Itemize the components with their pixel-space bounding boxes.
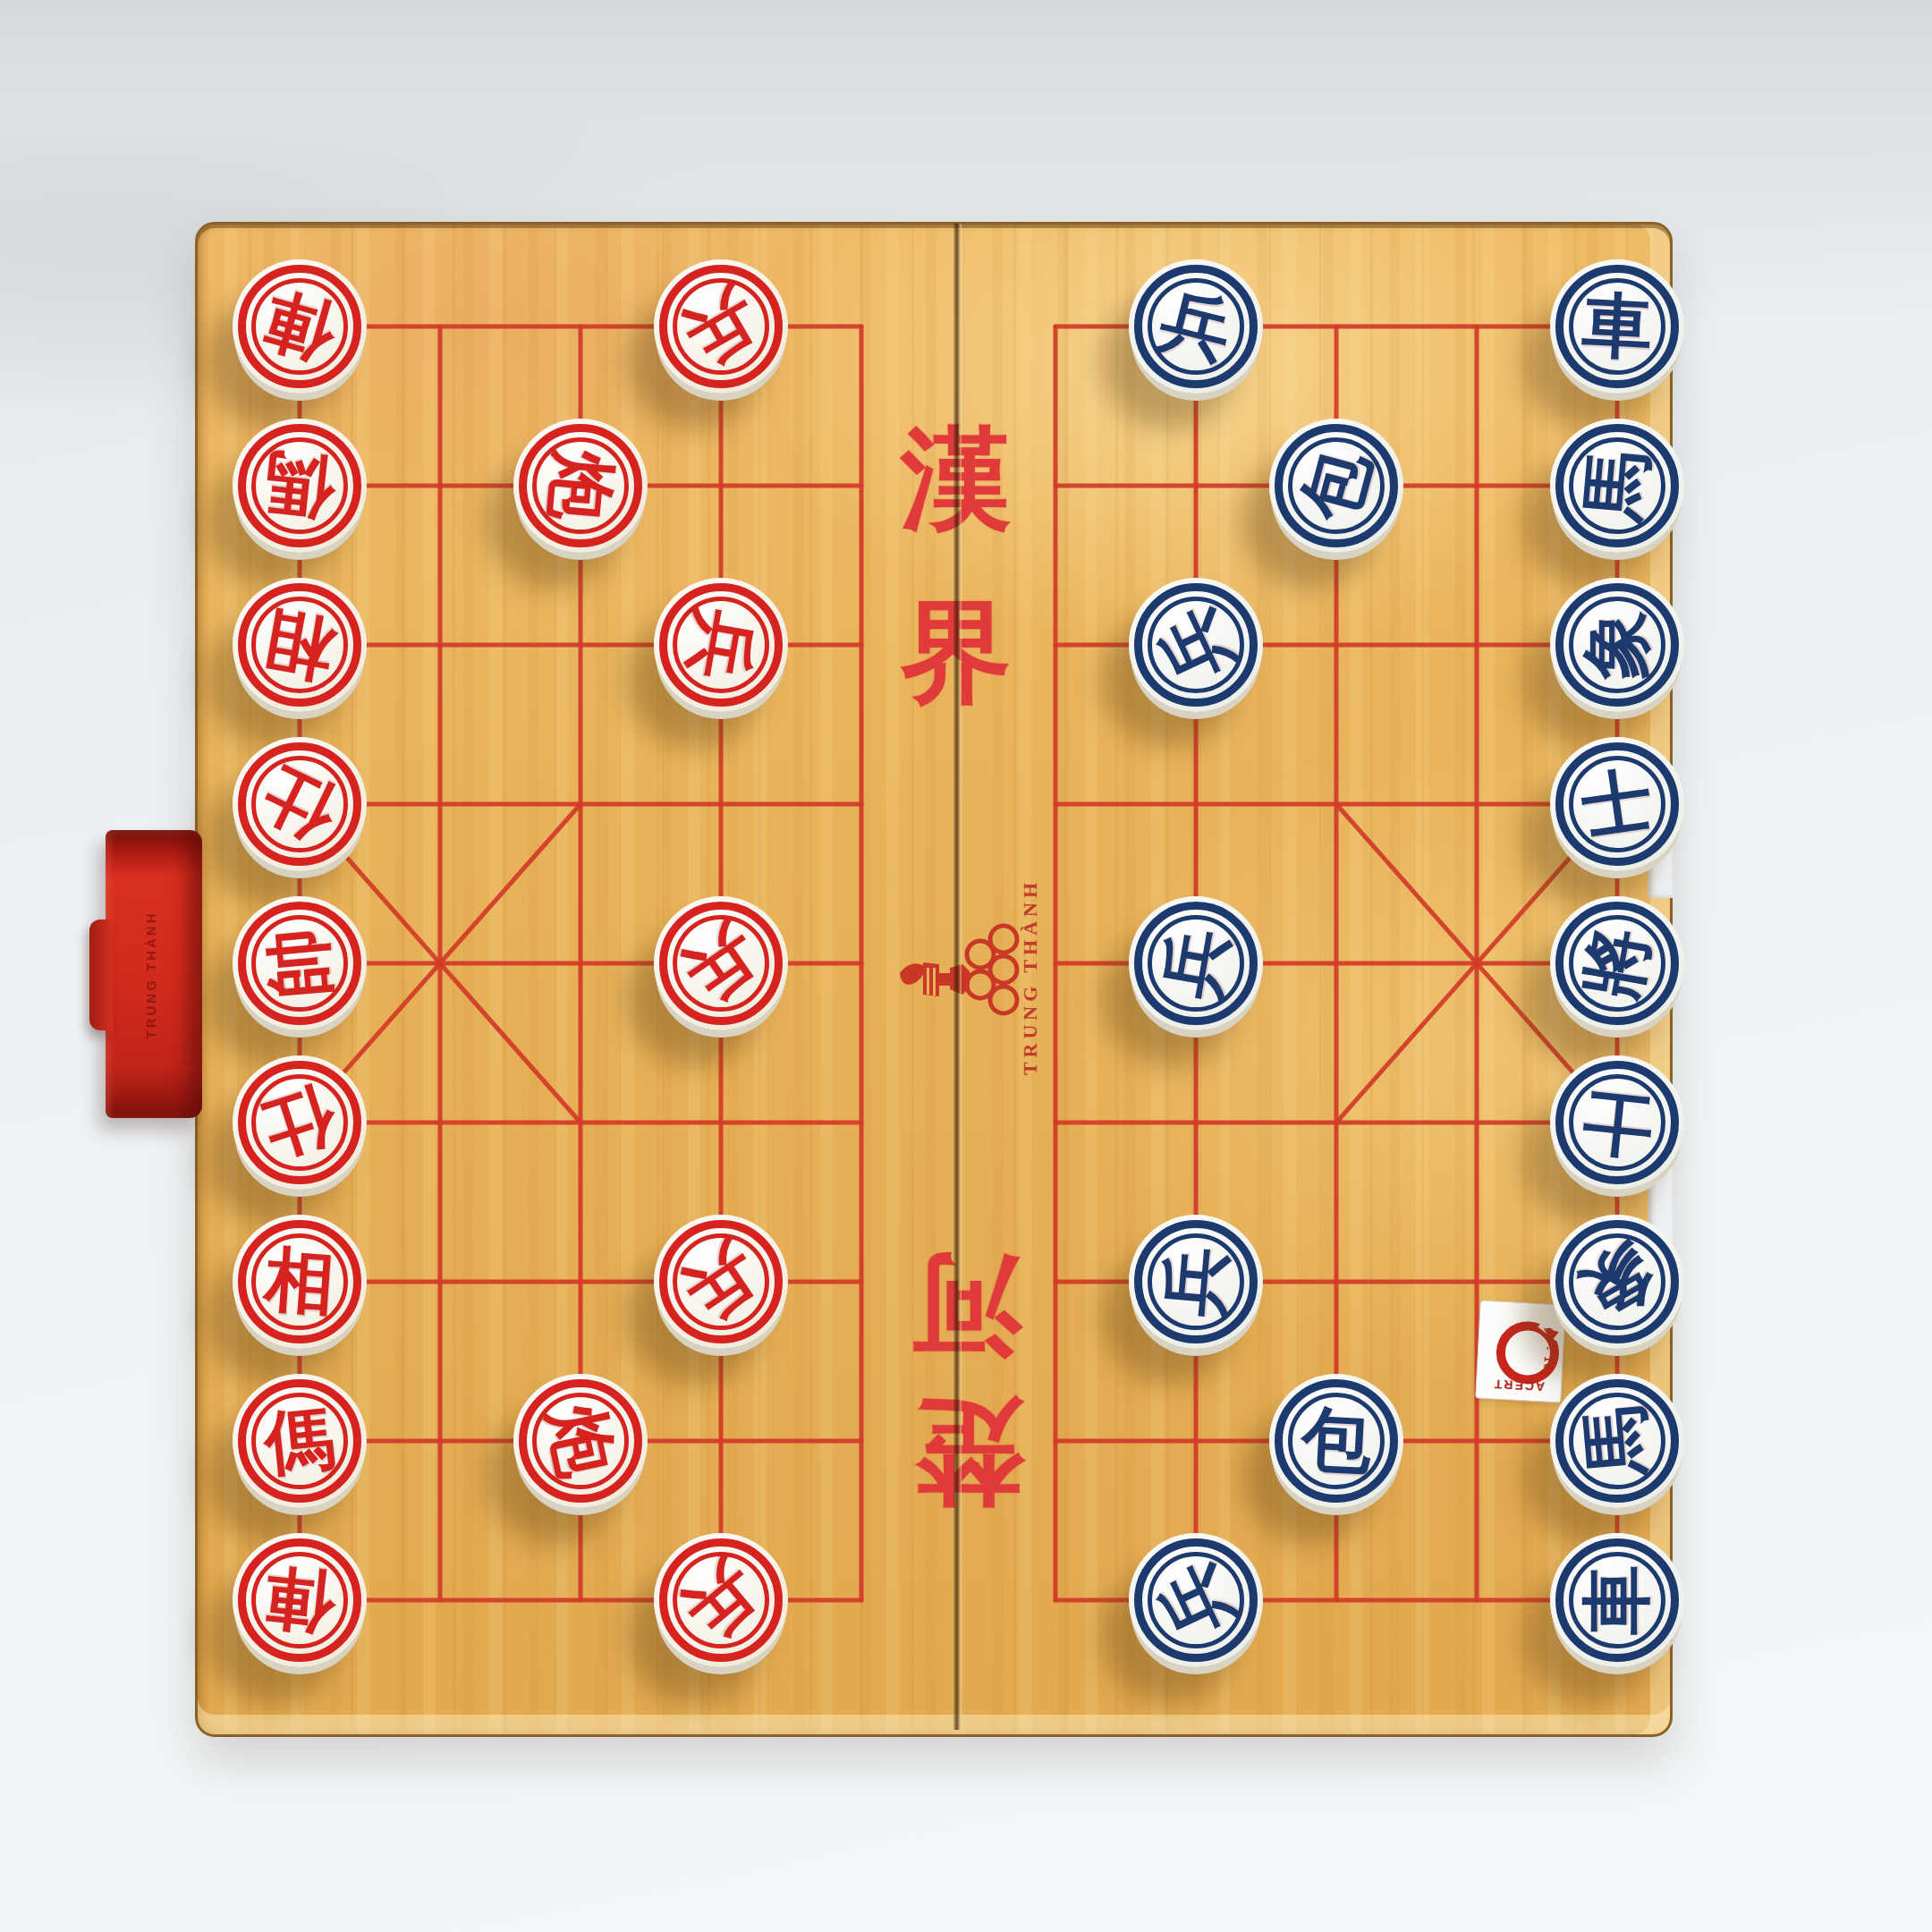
piece-red-soldier-4[interactable]: 兵: [654, 1215, 788, 1349]
piece-red-advisor-2[interactable]: 仕: [233, 1055, 367, 1190]
piece-blue-chariot-1[interactable]: 車: [1550, 259, 1684, 394]
piece-character: 兵: [1106, 1511, 1284, 1689]
piece-red-soldier-1[interactable]: 兵: [654, 259, 788, 394]
piece-red-soldier-2[interactable]: 兵: [654, 578, 788, 712]
piece-red-elephant-2[interactable]: 相: [233, 1215, 367, 1349]
piece-blue-general[interactable]: 將: [1550, 896, 1684, 1030]
piece-blue-soldier-3[interactable]: 兵: [1129, 896, 1263, 1030]
piece-blue-elephant-2[interactable]: 象: [1550, 1215, 1684, 1349]
piece-character: 馬: [1545, 1368, 1690, 1514]
piece-red-chariot-2[interactable]: 俥: [233, 1533, 367, 1667]
piece-blue-chariot-2[interactable]: 車: [1550, 1533, 1684, 1667]
piece-red-elephant-1[interactable]: 相: [233, 578, 367, 712]
piece-red-horse-1[interactable]: 傌: [233, 419, 367, 553]
pieces-layer: 俥傌相仕帥仕相傌俥炮炮兵兵兵兵兵兵兵兵兵兵包包車馬象士將士象馬車: [0, 0, 1932, 1932]
piece-character: 兵: [1106, 555, 1284, 733]
piece-character: 仕: [210, 715, 390, 894]
piece-character: 兵: [626, 1505, 815, 1694]
piece-character: 兵: [1123, 1209, 1269, 1355]
piece-character: 相: [228, 1210, 371, 1353]
piece-character: 車: [1546, 256, 1688, 397]
piece-character: 兵: [1118, 885, 1274, 1041]
piece-character: 炮: [501, 1361, 660, 1521]
piece-character: 兵: [1114, 245, 1277, 408]
piece-blue-soldier-4[interactable]: 兵: [1129, 1215, 1263, 1349]
piece-blue-cannon-1[interactable]: 包: [1269, 419, 1403, 553]
piece-character: 士: [1541, 728, 1692, 879]
piece-blue-soldier-2[interactable]: 兵: [1129, 578, 1263, 712]
piece-character: 士: [1544, 1049, 1691, 1197]
piece-character: 炮: [508, 413, 654, 559]
piece-red-soldier-5[interactable]: 兵: [654, 1533, 788, 1667]
piece-red-general[interactable]: 帥: [233, 896, 367, 1030]
piece-blue-cannon-2[interactable]: 包: [1269, 1374, 1403, 1508]
piece-character: 仕: [215, 1038, 384, 1207]
piece-red-cannon-2[interactable]: 炮: [513, 1374, 648, 1508]
photo-canvas: 漢 界 河 楚 TRUNG THÀNH ACERT 66 - 10 TRUNG: [0, 0, 1932, 1932]
piece-blue-advisor-1[interactable]: 士: [1550, 737, 1684, 871]
board-latch-tab[interactable]: [89, 919, 113, 1030]
piece-character: 傌: [226, 1368, 374, 1515]
piece-character: 馬: [1545, 413, 1690, 559]
piece-character: 相: [222, 567, 377, 723]
piece-character: 兵: [630, 235, 813, 419]
piece-character: 將: [1539, 885, 1695, 1041]
piece-blue-elephant-1[interactable]: 象: [1550, 578, 1684, 712]
piece-character: 俥: [216, 243, 383, 410]
piece-character: 象: [1526, 1191, 1709, 1374]
piece-character: 車: [1550, 1533, 1684, 1667]
latch-embossed-text: TRUNG THÀNH: [143, 911, 158, 1039]
piece-red-horse-2[interactable]: 傌: [233, 1374, 367, 1508]
piece-red-cannon-1[interactable]: 炮: [513, 419, 648, 553]
piece-character: 包: [1254, 403, 1419, 568]
piece-character: 兵: [628, 870, 815, 1057]
piece-character: 俥: [226, 1527, 374, 1674]
piece-red-soldier-3[interactable]: 兵: [654, 896, 788, 1030]
piece-character: 包: [1266, 1370, 1407, 1512]
piece-blue-soldier-5[interactable]: 兵: [1129, 1533, 1263, 1667]
piece-character: 帥: [227, 891, 373, 1037]
piece-character: 傌: [226, 412, 374, 560]
piece-character: 兵: [628, 1189, 814, 1375]
piece-blue-horse-2[interactable]: 馬: [1550, 1374, 1684, 1508]
piece-blue-horse-1[interactable]: 馬: [1550, 419, 1684, 553]
piece-red-chariot-1[interactable]: 俥: [233, 259, 367, 394]
piece-blue-advisor-2[interactable]: 士: [1550, 1055, 1684, 1190]
piece-character: 兵: [643, 567, 799, 723]
piece-blue-soldier-1[interactable]: 兵: [1129, 259, 1263, 394]
piece-character: 象: [1550, 578, 1684, 712]
piece-red-advisor-1[interactable]: 仕: [233, 737, 367, 871]
